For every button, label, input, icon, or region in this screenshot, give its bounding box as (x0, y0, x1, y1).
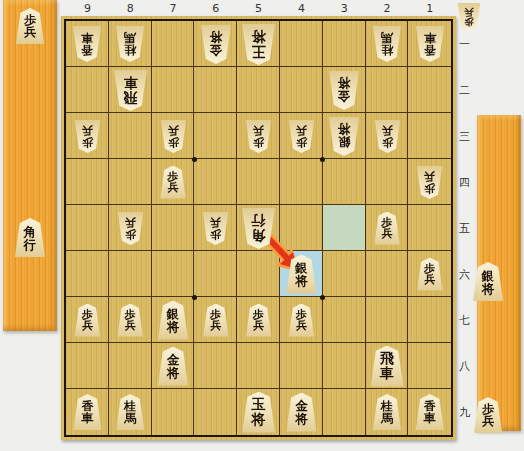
gote-komadai (3, 0, 57, 331)
square-2b[interactable] (366, 67, 409, 113)
file-label-4: 4 (298, 3, 305, 14)
square-3f[interactable] (323, 251, 366, 297)
square-9d[interactable] (66, 159, 109, 205)
rank-label-3: 三 (459, 131, 470, 142)
square-7b[interactable] (152, 67, 195, 113)
square-2g[interactable] (366, 297, 409, 343)
square-8f[interactable] (109, 251, 152, 297)
square-5f[interactable] (237, 251, 280, 297)
square-4d[interactable] (280, 159, 323, 205)
gote-turn-indicator[interactable]: 歩兵 (457, 3, 481, 31)
square-5h[interactable] (237, 343, 280, 389)
square-7i[interactable] (152, 389, 195, 435)
shogi-app: 987654321一二三四五六七八九香車桂馬金将王将桂馬香車飛車金将歩兵歩兵歩兵… (0, 0, 524, 451)
square-1c[interactable] (408, 113, 451, 159)
star-point (192, 295, 197, 300)
square-9e[interactable] (66, 205, 109, 251)
square-4e[interactable] (280, 205, 323, 251)
square-2d[interactable] (366, 159, 409, 205)
star-point (320, 157, 325, 162)
square-3h[interactable] (323, 343, 366, 389)
rank-label-7: 七 (459, 315, 470, 326)
square-1e[interactable] (408, 205, 451, 251)
rank-label-5: 五 (459, 223, 470, 234)
square-4b[interactable] (280, 67, 323, 113)
square-2f[interactable] (366, 251, 409, 297)
square-1g[interactable] (408, 297, 451, 343)
square-6f[interactable] (194, 251, 237, 297)
rank-label-8: 八 (459, 361, 470, 372)
file-label-3: 3 (341, 3, 348, 14)
file-label-7: 7 (170, 3, 177, 14)
square-6c[interactable] (194, 113, 237, 159)
file-label-8: 8 (127, 3, 134, 14)
square-9b[interactable] (66, 67, 109, 113)
square-3i[interactable] (323, 389, 366, 435)
square-7a[interactable] (152, 21, 195, 67)
square-1h[interactable] (408, 343, 451, 389)
rank-label-4: 四 (459, 177, 470, 188)
rank-label-1: 一 (459, 39, 470, 50)
square-6b[interactable] (194, 67, 237, 113)
rank-label-6: 六 (459, 269, 470, 280)
square-3d[interactable] (323, 159, 366, 205)
file-label-5: 5 (255, 3, 262, 14)
square-5b[interactable] (237, 67, 280, 113)
square-3a[interactable] (323, 21, 366, 67)
square-3g[interactable] (323, 297, 366, 343)
square-5d[interactable] (237, 159, 280, 205)
star-point (320, 295, 325, 300)
square-6h[interactable] (194, 343, 237, 389)
square-7f[interactable] (152, 251, 195, 297)
file-label-1: 1 (426, 3, 433, 14)
square-9f[interactable] (66, 251, 109, 297)
file-label-6: 6 (212, 3, 219, 14)
square-6i[interactable] (194, 389, 237, 435)
square-7e[interactable] (152, 205, 195, 251)
square-6d[interactable] (194, 159, 237, 205)
square-8h[interactable] (109, 343, 152, 389)
square-8d[interactable] (109, 159, 152, 205)
file-label-9: 9 (84, 3, 91, 14)
star-point (192, 157, 197, 162)
file-label-2: 2 (384, 3, 391, 14)
rank-label-2: 二 (459, 85, 470, 96)
square-4h[interactable] (280, 343, 323, 389)
rank-label-9: 九 (459, 407, 470, 418)
square-9h[interactable] (66, 343, 109, 389)
square-4a[interactable] (280, 21, 323, 67)
square-1b[interactable] (408, 67, 451, 113)
square-8c[interactable] (109, 113, 152, 159)
square-3e[interactable] (323, 205, 366, 251)
